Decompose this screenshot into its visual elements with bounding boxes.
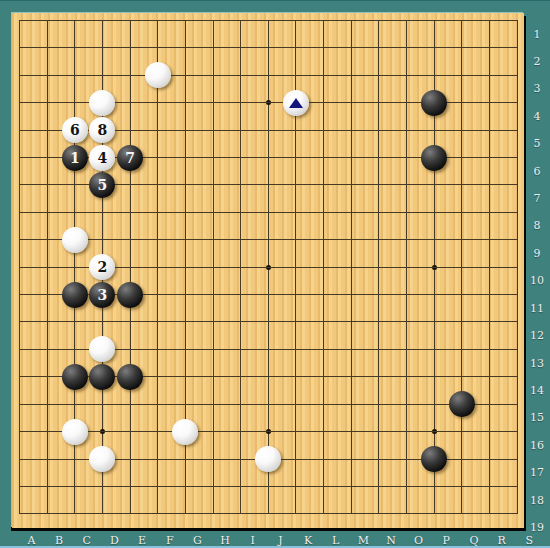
point-P11[interactable] — [420, 281, 448, 308]
point-R9[interactable] — [476, 226, 504, 253]
point-A7[interactable] — [12, 171, 33, 198]
point-S18[interactable] — [503, 473, 524, 500]
point-K5[interactable] — [282, 116, 310, 143]
point-R8[interactable] — [476, 199, 504, 226]
point-J14[interactable] — [254, 363, 282, 390]
point-D10[interactable]: 2 — [89, 253, 117, 280]
point-Q5[interactable] — [448, 116, 476, 143]
point-L11[interactable] — [310, 281, 338, 308]
point-E17[interactable] — [116, 445, 144, 472]
point-G17[interactable] — [172, 445, 200, 472]
point-G14[interactable] — [172, 363, 200, 390]
point-G6[interactable] — [172, 144, 200, 171]
point-K1[interactable] — [282, 13, 310, 34]
point-B11[interactable] — [33, 281, 61, 308]
point-G1[interactable] — [172, 13, 200, 34]
point-O9[interactable] — [393, 226, 421, 253]
point-M15[interactable] — [337, 391, 365, 418]
point-E5[interactable] — [116, 116, 144, 143]
point-C2[interactable] — [61, 34, 89, 61]
point-O4[interactable] — [393, 89, 421, 116]
point-L13[interactable] — [310, 336, 338, 363]
point-A14[interactable] — [12, 363, 33, 390]
point-N5[interactable] — [365, 116, 393, 143]
point-K3[interactable] — [282, 62, 310, 89]
point-C7[interactable] — [61, 171, 89, 198]
point-H19[interactable] — [199, 500, 227, 527]
point-R1[interactable] — [476, 13, 504, 34]
point-Q1[interactable] — [448, 13, 476, 34]
point-B5[interactable] — [33, 116, 61, 143]
point-A6[interactable] — [12, 144, 33, 171]
point-N13[interactable] — [365, 336, 393, 363]
point-C11[interactable] — [61, 281, 89, 308]
point-B17[interactable] — [33, 445, 61, 472]
point-C3[interactable] — [61, 62, 89, 89]
point-C19[interactable] — [61, 500, 89, 527]
point-D5[interactable]: 8 — [89, 116, 117, 143]
point-F18[interactable] — [144, 473, 172, 500]
point-F12[interactable] — [144, 308, 172, 335]
point-N6[interactable] — [365, 144, 393, 171]
point-S6[interactable] — [503, 144, 524, 171]
point-F3[interactable] — [144, 62, 172, 89]
point-N1[interactable] — [365, 13, 393, 34]
point-I14[interactable] — [227, 363, 255, 390]
point-I12[interactable] — [227, 308, 255, 335]
point-G12[interactable] — [172, 308, 200, 335]
point-P1[interactable] — [420, 13, 448, 34]
point-D3[interactable] — [89, 62, 117, 89]
point-A17[interactable] — [12, 445, 33, 472]
point-G9[interactable] — [172, 226, 200, 253]
point-M10[interactable] — [337, 253, 365, 280]
point-K6[interactable] — [282, 144, 310, 171]
point-H14[interactable] — [199, 363, 227, 390]
point-C15[interactable] — [61, 391, 89, 418]
point-P5[interactable] — [420, 116, 448, 143]
point-E11[interactable] — [116, 281, 144, 308]
point-N3[interactable] — [365, 62, 393, 89]
point-B10[interactable] — [33, 253, 61, 280]
point-K8[interactable] — [282, 199, 310, 226]
point-L17[interactable] — [310, 445, 338, 472]
point-N16[interactable] — [365, 418, 393, 445]
point-N19[interactable] — [365, 500, 393, 527]
point-D6[interactable]: 4 — [89, 144, 117, 171]
point-D11[interactable]: 3 — [89, 281, 117, 308]
point-I19[interactable] — [227, 500, 255, 527]
point-S9[interactable] — [503, 226, 524, 253]
point-S5[interactable] — [503, 116, 524, 143]
point-H3[interactable] — [199, 62, 227, 89]
point-G11[interactable] — [172, 281, 200, 308]
point-P6[interactable] — [420, 144, 448, 171]
point-H10[interactable] — [199, 253, 227, 280]
point-M18[interactable] — [337, 473, 365, 500]
point-P4[interactable] — [420, 89, 448, 116]
point-P10[interactable] — [420, 253, 448, 280]
point-O11[interactable] — [393, 281, 421, 308]
point-M19[interactable] — [337, 500, 365, 527]
point-E4[interactable] — [116, 89, 144, 116]
point-C8[interactable] — [61, 199, 89, 226]
point-Q17[interactable] — [448, 445, 476, 472]
point-R6[interactable] — [476, 144, 504, 171]
point-N10[interactable] — [365, 253, 393, 280]
point-G18[interactable] — [172, 473, 200, 500]
point-J3[interactable] — [254, 62, 282, 89]
point-P15[interactable] — [420, 391, 448, 418]
point-N8[interactable] — [365, 199, 393, 226]
point-C1[interactable] — [61, 13, 89, 34]
point-C16[interactable] — [61, 418, 89, 445]
point-O8[interactable] — [393, 199, 421, 226]
point-J4[interactable] — [254, 89, 282, 116]
point-A13[interactable] — [12, 336, 33, 363]
point-B3[interactable] — [33, 62, 61, 89]
point-O10[interactable] — [393, 253, 421, 280]
point-I11[interactable] — [227, 281, 255, 308]
point-J17[interactable] — [254, 445, 282, 472]
point-Q19[interactable] — [448, 500, 476, 527]
point-K19[interactable] — [282, 500, 310, 527]
point-D12[interactable] — [89, 308, 117, 335]
point-M13[interactable] — [337, 336, 365, 363]
point-Q2[interactable] — [448, 34, 476, 61]
point-F14[interactable] — [144, 363, 172, 390]
point-K17[interactable] — [282, 445, 310, 472]
point-N14[interactable] — [365, 363, 393, 390]
point-P17[interactable] — [420, 445, 448, 472]
point-R16[interactable] — [476, 418, 504, 445]
point-J7[interactable] — [254, 171, 282, 198]
point-Q10[interactable] — [448, 253, 476, 280]
point-A11[interactable] — [12, 281, 33, 308]
point-R13[interactable] — [476, 336, 504, 363]
point-N7[interactable] — [365, 171, 393, 198]
point-R19[interactable] — [476, 500, 504, 527]
point-M12[interactable] — [337, 308, 365, 335]
point-P7[interactable] — [420, 171, 448, 198]
point-R12[interactable] — [476, 308, 504, 335]
point-I5[interactable] — [227, 116, 255, 143]
point-A18[interactable] — [12, 473, 33, 500]
point-H1[interactable] — [199, 13, 227, 34]
point-D1[interactable] — [89, 13, 117, 34]
point-P12[interactable] — [420, 308, 448, 335]
point-I3[interactable] — [227, 62, 255, 89]
point-O17[interactable] — [393, 445, 421, 472]
go-board[interactable]: 68147523 — [12, 13, 524, 528]
point-H4[interactable] — [199, 89, 227, 116]
point-K16[interactable] — [282, 418, 310, 445]
point-B8[interactable] — [33, 199, 61, 226]
point-H7[interactable] — [199, 171, 227, 198]
point-R10[interactable] — [476, 253, 504, 280]
point-B4[interactable] — [33, 89, 61, 116]
point-L14[interactable] — [310, 363, 338, 390]
point-J11[interactable] — [254, 281, 282, 308]
point-D17[interactable] — [89, 445, 117, 472]
point-C6[interactable]: 1 — [61, 144, 89, 171]
point-L16[interactable] — [310, 418, 338, 445]
point-L7[interactable] — [310, 171, 338, 198]
point-B16[interactable] — [33, 418, 61, 445]
point-L9[interactable] — [310, 226, 338, 253]
point-L5[interactable] — [310, 116, 338, 143]
point-H15[interactable] — [199, 391, 227, 418]
point-F8[interactable] — [144, 199, 172, 226]
point-M2[interactable] — [337, 34, 365, 61]
point-A16[interactable] — [12, 418, 33, 445]
point-Q3[interactable] — [448, 62, 476, 89]
point-H12[interactable] — [199, 308, 227, 335]
point-O7[interactable] — [393, 171, 421, 198]
point-M5[interactable] — [337, 116, 365, 143]
point-E7[interactable] — [116, 171, 144, 198]
point-Q15[interactable] — [448, 391, 476, 418]
point-D19[interactable] — [89, 500, 117, 527]
point-N2[interactable] — [365, 34, 393, 61]
point-M8[interactable] — [337, 199, 365, 226]
point-L6[interactable] — [310, 144, 338, 171]
point-C13[interactable] — [61, 336, 89, 363]
point-E15[interactable] — [116, 391, 144, 418]
point-H17[interactable] — [199, 445, 227, 472]
point-E12[interactable] — [116, 308, 144, 335]
point-P16[interactable] — [420, 418, 448, 445]
point-R7[interactable] — [476, 171, 504, 198]
point-S16[interactable] — [503, 418, 524, 445]
point-P9[interactable] — [420, 226, 448, 253]
point-S17[interactable] — [503, 445, 524, 472]
point-M11[interactable] — [337, 281, 365, 308]
point-F6[interactable] — [144, 144, 172, 171]
point-S12[interactable] — [503, 308, 524, 335]
point-D9[interactable] — [89, 226, 117, 253]
point-Q7[interactable] — [448, 171, 476, 198]
point-D13[interactable] — [89, 336, 117, 363]
point-R18[interactable] — [476, 473, 504, 500]
point-R5[interactable] — [476, 116, 504, 143]
point-F15[interactable] — [144, 391, 172, 418]
point-K13[interactable] — [282, 336, 310, 363]
point-G7[interactable] — [172, 171, 200, 198]
point-M3[interactable] — [337, 62, 365, 89]
point-J9[interactable] — [254, 226, 282, 253]
point-Q6[interactable] — [448, 144, 476, 171]
point-S3[interactable] — [503, 62, 524, 89]
point-A1[interactable] — [12, 13, 33, 34]
point-G4[interactable] — [172, 89, 200, 116]
point-Q9[interactable] — [448, 226, 476, 253]
point-J2[interactable] — [254, 34, 282, 61]
point-H13[interactable] — [199, 336, 227, 363]
point-H5[interactable] — [199, 116, 227, 143]
point-O6[interactable] — [393, 144, 421, 171]
point-O18[interactable] — [393, 473, 421, 500]
point-L2[interactable] — [310, 34, 338, 61]
point-P19[interactable] — [420, 500, 448, 527]
point-F9[interactable] — [144, 226, 172, 253]
point-E8[interactable] — [116, 199, 144, 226]
point-J5[interactable] — [254, 116, 282, 143]
point-R17[interactable] — [476, 445, 504, 472]
point-B12[interactable] — [33, 308, 61, 335]
point-N18[interactable] — [365, 473, 393, 500]
point-O1[interactable] — [393, 13, 421, 34]
point-A19[interactable] — [12, 500, 33, 527]
point-S10[interactable] — [503, 253, 524, 280]
point-O14[interactable] — [393, 363, 421, 390]
point-B18[interactable] — [33, 473, 61, 500]
point-R2[interactable] — [476, 34, 504, 61]
point-D15[interactable] — [89, 391, 117, 418]
point-F13[interactable] — [144, 336, 172, 363]
point-J13[interactable] — [254, 336, 282, 363]
point-E14[interactable] — [116, 363, 144, 390]
point-M14[interactable] — [337, 363, 365, 390]
point-M17[interactable] — [337, 445, 365, 472]
point-L15[interactable] — [310, 391, 338, 418]
point-G15[interactable] — [172, 391, 200, 418]
point-L8[interactable] — [310, 199, 338, 226]
point-O3[interactable] — [393, 62, 421, 89]
point-A9[interactable] — [12, 226, 33, 253]
point-E3[interactable] — [116, 62, 144, 89]
point-D18[interactable] — [89, 473, 117, 500]
point-P13[interactable] — [420, 336, 448, 363]
point-Q12[interactable] — [448, 308, 476, 335]
point-I4[interactable] — [227, 89, 255, 116]
point-S1[interactable] — [503, 13, 524, 34]
point-B14[interactable] — [33, 363, 61, 390]
point-E6[interactable]: 7 — [116, 144, 144, 171]
point-S7[interactable] — [503, 171, 524, 198]
point-S14[interactable] — [503, 363, 524, 390]
point-D8[interactable] — [89, 199, 117, 226]
point-M1[interactable] — [337, 13, 365, 34]
point-C14[interactable] — [61, 363, 89, 390]
point-Q8[interactable] — [448, 199, 476, 226]
point-G8[interactable] — [172, 199, 200, 226]
point-F2[interactable] — [144, 34, 172, 61]
point-K14[interactable] — [282, 363, 310, 390]
point-I13[interactable] — [227, 336, 255, 363]
point-B6[interactable] — [33, 144, 61, 171]
point-O2[interactable] — [393, 34, 421, 61]
point-F4[interactable] — [144, 89, 172, 116]
point-L19[interactable] — [310, 500, 338, 527]
point-G3[interactable] — [172, 62, 200, 89]
point-N12[interactable] — [365, 308, 393, 335]
point-E1[interactable] — [116, 13, 144, 34]
point-I16[interactable] — [227, 418, 255, 445]
point-R14[interactable] — [476, 363, 504, 390]
point-A2[interactable] — [12, 34, 33, 61]
point-H18[interactable] — [199, 473, 227, 500]
point-P2[interactable] — [420, 34, 448, 61]
point-E13[interactable] — [116, 336, 144, 363]
point-L10[interactable] — [310, 253, 338, 280]
point-Q13[interactable] — [448, 336, 476, 363]
point-N15[interactable] — [365, 391, 393, 418]
point-E19[interactable] — [116, 500, 144, 527]
point-J10[interactable] — [254, 253, 282, 280]
point-C4[interactable] — [61, 89, 89, 116]
point-J1[interactable] — [254, 13, 282, 34]
point-Q11[interactable] — [448, 281, 476, 308]
point-P8[interactable] — [420, 199, 448, 226]
point-I17[interactable] — [227, 445, 255, 472]
point-K15[interactable] — [282, 391, 310, 418]
point-S13[interactable] — [503, 336, 524, 363]
point-P14[interactable] — [420, 363, 448, 390]
point-A4[interactable] — [12, 89, 33, 116]
point-O16[interactable] — [393, 418, 421, 445]
point-R11[interactable] — [476, 281, 504, 308]
point-N11[interactable] — [365, 281, 393, 308]
point-E16[interactable] — [116, 418, 144, 445]
point-M7[interactable] — [337, 171, 365, 198]
point-K18[interactable] — [282, 473, 310, 500]
point-I6[interactable] — [227, 144, 255, 171]
point-H8[interactable] — [199, 199, 227, 226]
point-S4[interactable] — [503, 89, 524, 116]
point-C9[interactable] — [61, 226, 89, 253]
point-M9[interactable] — [337, 226, 365, 253]
point-I7[interactable] — [227, 171, 255, 198]
point-J12[interactable] — [254, 308, 282, 335]
point-J18[interactable] — [254, 473, 282, 500]
point-G10[interactable] — [172, 253, 200, 280]
point-F7[interactable] — [144, 171, 172, 198]
point-B19[interactable] — [33, 500, 61, 527]
point-S19[interactable] — [503, 500, 524, 527]
point-J6[interactable] — [254, 144, 282, 171]
point-A10[interactable] — [12, 253, 33, 280]
point-Q16[interactable] — [448, 418, 476, 445]
point-M6[interactable] — [337, 144, 365, 171]
point-B2[interactable] — [33, 34, 61, 61]
point-J16[interactable] — [254, 418, 282, 445]
point-F10[interactable] — [144, 253, 172, 280]
point-I15[interactable] — [227, 391, 255, 418]
point-D16[interactable] — [89, 418, 117, 445]
point-I9[interactable] — [227, 226, 255, 253]
point-N4[interactable] — [365, 89, 393, 116]
point-H6[interactable] — [199, 144, 227, 171]
point-D14[interactable] — [89, 363, 117, 390]
point-O19[interactable] — [393, 500, 421, 527]
point-Q18[interactable] — [448, 473, 476, 500]
point-K9[interactable] — [282, 226, 310, 253]
point-B15[interactable] — [33, 391, 61, 418]
point-F17[interactable] — [144, 445, 172, 472]
point-S2[interactable] — [503, 34, 524, 61]
point-O12[interactable] — [393, 308, 421, 335]
point-K4[interactable] — [282, 89, 310, 116]
point-R3[interactable] — [476, 62, 504, 89]
point-H11[interactable] — [199, 281, 227, 308]
point-A8[interactable] — [12, 199, 33, 226]
point-N17[interactable] — [365, 445, 393, 472]
point-P3[interactable] — [420, 62, 448, 89]
point-Q4[interactable] — [448, 89, 476, 116]
point-G5[interactable] — [172, 116, 200, 143]
point-H2[interactable] — [199, 34, 227, 61]
